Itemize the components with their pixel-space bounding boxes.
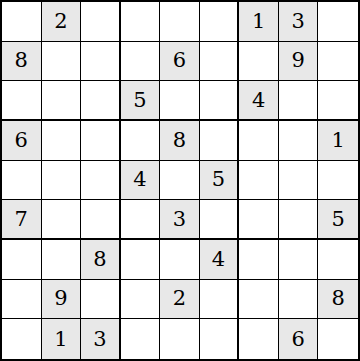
cell-r6c6[interactable] xyxy=(200,200,240,240)
cell-r2c9[interactable] xyxy=(318,42,358,82)
cell-r8c7[interactable] xyxy=(239,280,279,320)
cell-r7c3[interactable]: 8 xyxy=(81,240,121,280)
cell-r3c5[interactable] xyxy=(160,81,200,121)
cell-r6c7[interactable] xyxy=(239,200,279,240)
cell-r9c6[interactable] xyxy=(200,319,240,359)
cell-r4c6[interactable] xyxy=(200,121,240,161)
cell-r4c5[interactable]: 8 xyxy=(160,121,200,161)
cell-r1c5[interactable] xyxy=(160,2,200,42)
cell-r6c2[interactable] xyxy=(42,200,82,240)
cell-r1c6[interactable] xyxy=(200,2,240,42)
cell-r8c5[interactable]: 2 xyxy=(160,280,200,320)
cell-r4c9[interactable]: 1 xyxy=(318,121,358,161)
cell-r1c8[interactable]: 3 xyxy=(279,2,319,42)
cell-r3c4[interactable]: 5 xyxy=(121,81,161,121)
cell-r1c7[interactable]: 1 xyxy=(239,2,279,42)
cell-r1c2[interactable]: 2 xyxy=(42,2,82,42)
cell-r5c7[interactable] xyxy=(239,161,279,201)
cell-r4c8[interactable] xyxy=(279,121,319,161)
cell-r6c5[interactable]: 3 xyxy=(160,200,200,240)
cell-r7c1[interactable] xyxy=(2,240,42,280)
cell-r2c1[interactable]: 8 xyxy=(2,42,42,82)
cell-r9c3[interactable]: 3 xyxy=(81,319,121,359)
cell-r2c5[interactable]: 6 xyxy=(160,42,200,82)
cell-r3c1[interactable] xyxy=(2,81,42,121)
cell-r9c7[interactable] xyxy=(239,319,279,359)
cell-r3c3[interactable] xyxy=(81,81,121,121)
cell-r9c8[interactable]: 6 xyxy=(279,319,319,359)
cell-r7c4[interactable] xyxy=(121,240,161,280)
cell-r4c3[interactable] xyxy=(81,121,121,161)
cell-r8c2[interactable]: 9 xyxy=(42,280,82,320)
cell-r5c9[interactable] xyxy=(318,161,358,201)
cell-r7c9[interactable] xyxy=(318,240,358,280)
cell-r6c1[interactable]: 7 xyxy=(2,200,42,240)
cell-r2c8[interactable]: 9 xyxy=(279,42,319,82)
cell-r5c2[interactable] xyxy=(42,161,82,201)
cell-r9c2[interactable]: 1 xyxy=(42,319,82,359)
cell-r8c3[interactable] xyxy=(81,280,121,320)
cell-r2c7[interactable] xyxy=(239,42,279,82)
cell-r4c7[interactable] xyxy=(239,121,279,161)
cell-r7c8[interactable] xyxy=(279,240,319,280)
cell-r3c8[interactable] xyxy=(279,81,319,121)
sudoku-board: 213869546814573584928136 xyxy=(0,0,360,361)
cell-r3c2[interactable] xyxy=(42,81,82,121)
cell-r5c4[interactable]: 4 xyxy=(121,161,161,201)
cell-r4c1[interactable]: 6 xyxy=(2,121,42,161)
cell-r2c2[interactable] xyxy=(42,42,82,82)
cell-r3c6[interactable] xyxy=(200,81,240,121)
cell-r2c6[interactable] xyxy=(200,42,240,82)
cell-r8c4[interactable] xyxy=(121,280,161,320)
cell-r7c2[interactable] xyxy=(42,240,82,280)
cell-r7c7[interactable] xyxy=(239,240,279,280)
cell-r5c8[interactable] xyxy=(279,161,319,201)
cell-r5c3[interactable] xyxy=(81,161,121,201)
cell-r3c7[interactable]: 4 xyxy=(239,81,279,121)
cell-r8c6[interactable] xyxy=(200,280,240,320)
cell-r9c1[interactable] xyxy=(2,319,42,359)
cell-r5c1[interactable] xyxy=(2,161,42,201)
cell-r2c3[interactable] xyxy=(81,42,121,82)
cell-r6c9[interactable]: 5 xyxy=(318,200,358,240)
cell-r1c3[interactable] xyxy=(81,2,121,42)
cell-r1c9[interactable] xyxy=(318,2,358,42)
cell-r4c4[interactable] xyxy=(121,121,161,161)
cell-r9c5[interactable] xyxy=(160,319,200,359)
cell-r7c6[interactable]: 4 xyxy=(200,240,240,280)
cell-r5c6[interactable]: 5 xyxy=(200,161,240,201)
cell-r6c3[interactable] xyxy=(81,200,121,240)
cell-r1c1[interactable] xyxy=(2,2,42,42)
cell-r3c9[interactable] xyxy=(318,81,358,121)
cell-r6c4[interactable] xyxy=(121,200,161,240)
cell-r8c8[interactable] xyxy=(279,280,319,320)
cell-r9c4[interactable] xyxy=(121,319,161,359)
cell-r9c9[interactable] xyxy=(318,319,358,359)
cell-r4c2[interactable] xyxy=(42,121,82,161)
cell-r8c9[interactable]: 8 xyxy=(318,280,358,320)
cell-r1c4[interactable] xyxy=(121,2,161,42)
cell-r8c1[interactable] xyxy=(2,280,42,320)
cell-r5c5[interactable] xyxy=(160,161,200,201)
cell-r6c8[interactable] xyxy=(279,200,319,240)
cell-r2c4[interactable] xyxy=(121,42,161,82)
cell-r7c5[interactable] xyxy=(160,240,200,280)
